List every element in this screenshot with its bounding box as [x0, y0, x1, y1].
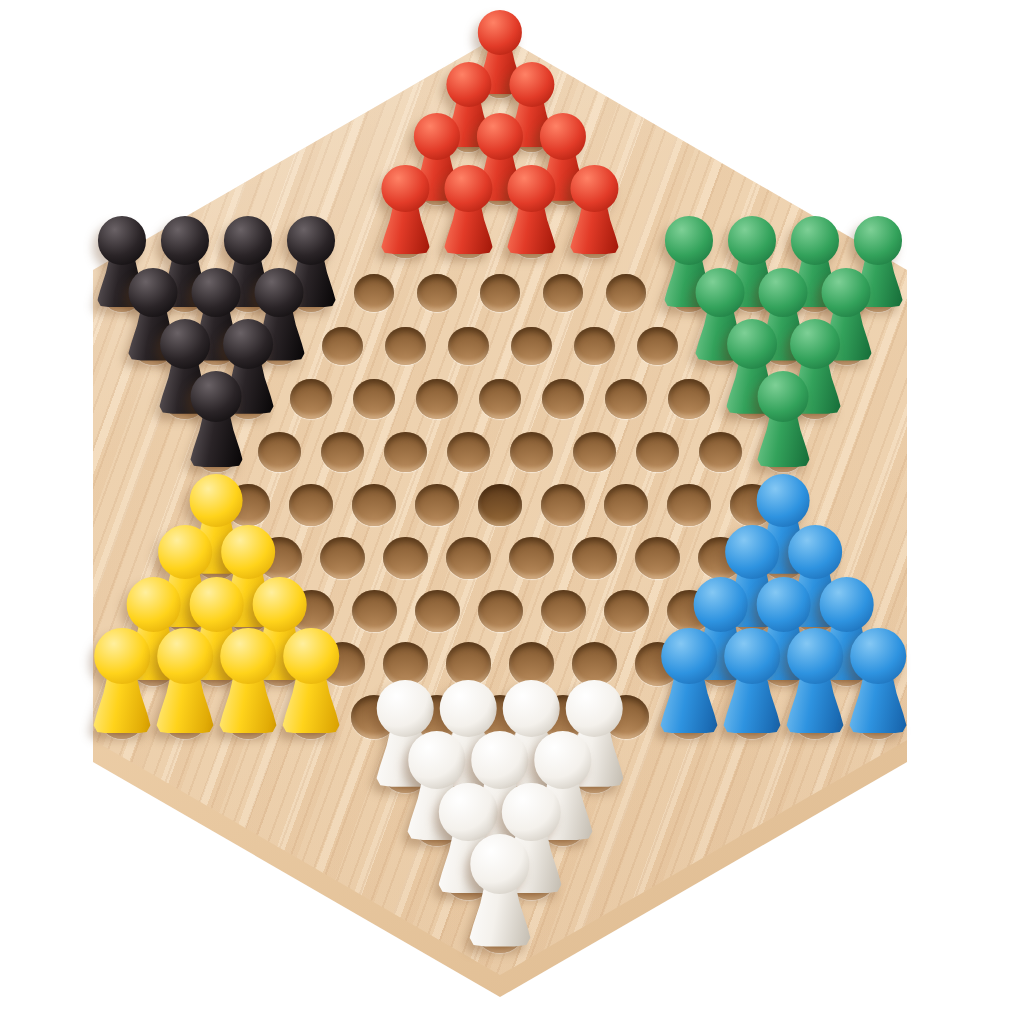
board-hole[interactable] — [447, 432, 489, 472]
board-hole[interactable] — [415, 484, 458, 525]
board-hole[interactable] — [322, 327, 363, 365]
peg-head — [819, 577, 874, 632]
chinese-checkers-product-photo — [0, 0, 1024, 1024]
peg-yellow[interactable] — [91, 628, 153, 733]
peg-head — [440, 680, 497, 737]
peg-head — [160, 319, 210, 369]
board-hole[interactable] — [636, 432, 678, 472]
peg-head — [94, 628, 150, 684]
board-hole[interactable] — [480, 274, 520, 312]
peg-head — [191, 371, 242, 422]
peg-head — [190, 474, 243, 527]
peg-head — [471, 731, 529, 789]
board-hole[interactable] — [668, 379, 709, 418]
board-hole[interactable] — [383, 537, 427, 579]
board-grid — [0, 0, 1024, 1024]
peg-red[interactable] — [442, 165, 494, 254]
peg-head — [787, 628, 843, 684]
board-hole[interactable] — [353, 379, 394, 418]
board-hole[interactable] — [541, 590, 586, 633]
board-hole[interactable] — [258, 432, 300, 472]
peg-head — [756, 577, 811, 632]
peg-yellow[interactable] — [217, 628, 279, 733]
board-hole[interactable] — [511, 327, 552, 365]
peg-head — [255, 268, 304, 317]
peg-head — [129, 268, 178, 317]
peg-head — [728, 216, 776, 264]
peg-head — [220, 628, 276, 684]
peg-head — [854, 216, 902, 264]
board-hole[interactable] — [352, 590, 397, 633]
peg-head — [221, 525, 275, 579]
peg-head — [850, 628, 906, 684]
peg-head — [566, 680, 623, 737]
peg-head — [502, 783, 560, 842]
peg-head — [287, 216, 335, 264]
peg-head — [283, 628, 339, 684]
peg-head — [534, 731, 592, 789]
board-hole[interactable] — [637, 327, 678, 365]
peg-head — [158, 525, 212, 579]
board-hole[interactable] — [604, 590, 649, 633]
peg-head — [192, 268, 241, 317]
board-hole[interactable] — [572, 537, 616, 579]
peg-red[interactable] — [505, 165, 557, 254]
peg-red[interactable] — [379, 165, 431, 254]
peg-head — [382, 165, 429, 212]
peg-white[interactable] — [467, 834, 533, 946]
peg-head — [126, 577, 181, 632]
peg-red[interactable] — [568, 165, 620, 254]
board-hole[interactable] — [384, 432, 426, 472]
peg-yellow[interactable] — [280, 628, 342, 733]
peg-head — [788, 525, 842, 579]
peg-head — [224, 216, 272, 264]
peg-head — [445, 165, 492, 212]
board-hole[interactable] — [699, 432, 741, 472]
board-hole[interactable] — [354, 274, 394, 312]
board-hole[interactable] — [574, 327, 615, 365]
peg-head — [508, 165, 555, 212]
board-hole[interactable] — [605, 379, 646, 418]
board-hole[interactable] — [573, 432, 615, 472]
peg-head — [478, 10, 522, 54]
peg-head — [540, 113, 586, 159]
peg-head — [446, 62, 491, 107]
board-hole[interactable] — [415, 590, 460, 633]
peg-head — [189, 577, 244, 632]
board-hole[interactable] — [448, 327, 489, 365]
peg-head — [727, 319, 777, 369]
peg-head — [724, 628, 780, 684]
peg-head — [414, 113, 460, 159]
peg-head — [439, 783, 497, 842]
peg-head — [791, 216, 839, 264]
peg-yellow[interactable] — [154, 628, 216, 733]
peg-head — [252, 577, 307, 632]
peg-head — [822, 268, 871, 317]
peg-head — [157, 628, 213, 684]
peg-head — [408, 731, 466, 789]
board-hole[interactable] — [290, 379, 331, 418]
peg-blue[interactable] — [784, 628, 846, 733]
board-hole[interactable] — [320, 537, 364, 579]
board-hole[interactable] — [478, 590, 523, 633]
peg-black[interactable] — [188, 371, 245, 467]
peg-head — [696, 268, 745, 317]
board-hole[interactable] — [385, 327, 426, 365]
board-hole[interactable] — [542, 379, 583, 418]
board-hole[interactable] — [667, 484, 710, 525]
board-hole[interactable] — [606, 274, 646, 312]
peg-head — [759, 268, 808, 317]
peg-blue[interactable] — [721, 628, 783, 733]
peg-blue[interactable] — [847, 628, 909, 733]
peg-blue[interactable] — [658, 628, 720, 733]
board-hole[interactable] — [479, 379, 520, 418]
peg-head — [98, 216, 146, 264]
board-hole[interactable] — [352, 484, 395, 525]
peg-head — [725, 525, 779, 579]
board-hole[interactable] — [509, 537, 553, 579]
peg-head — [509, 62, 554, 107]
peg-head — [470, 834, 529, 893]
peg-head — [758, 371, 809, 422]
board-hole[interactable] — [635, 537, 679, 579]
board-hole[interactable] — [541, 484, 584, 525]
center-hole[interactable] — [478, 484, 521, 525]
peg-head — [693, 577, 748, 632]
board-hole[interactable] — [417, 274, 457, 312]
peg-head — [665, 216, 713, 264]
board-hole[interactable] — [321, 432, 363, 472]
peg-head — [477, 113, 523, 159]
board-hole[interactable] — [543, 274, 583, 312]
peg-head — [571, 165, 618, 212]
peg-head — [377, 680, 434, 737]
board-hole[interactable] — [604, 484, 647, 525]
peg-head — [790, 319, 840, 369]
peg-green[interactable] — [755, 371, 812, 467]
peg-head — [223, 319, 273, 369]
peg-head — [503, 680, 560, 737]
peg-head — [757, 474, 810, 527]
peg-head — [661, 628, 717, 684]
board-hole[interactable] — [510, 432, 552, 472]
board-hole[interactable] — [446, 537, 490, 579]
board-hole[interactable] — [416, 379, 457, 418]
board-hole[interactable] — [289, 484, 332, 525]
peg-head — [161, 216, 209, 264]
